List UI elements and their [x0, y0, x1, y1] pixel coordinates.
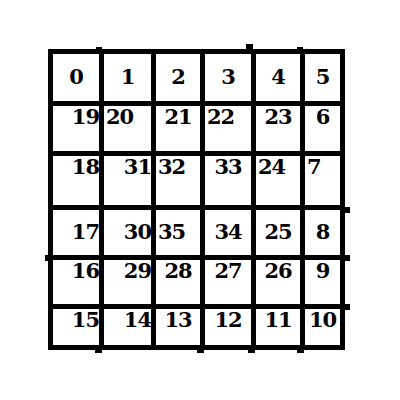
- cell-number: 34: [214, 221, 241, 243]
- line-overshoot-tick-right-3: [345, 304, 350, 310]
- cell-number: 6: [316, 106, 330, 128]
- cell-number: 25: [264, 221, 291, 243]
- cell-r6c6: 10: [305, 309, 340, 345]
- cell-number: 18: [72, 156, 99, 178]
- board: 0123451920212223618313233247173035342581…: [48, 49, 345, 350]
- cell-r3c3: 32: [156, 156, 200, 205]
- line-overshoot-tick-top-small-2: [297, 47, 303, 49]
- cell-number: 1: [121, 66, 135, 88]
- cell-r2c3: 21: [156, 106, 200, 151]
- cell-r1c5: 4: [256, 54, 300, 101]
- cell-number: 9: [316, 260, 330, 282]
- cell-number: 12: [214, 309, 241, 331]
- cell-number: 17: [72, 221, 99, 243]
- cell-r5c1: 16: [53, 260, 99, 304]
- cell-r1c4: 3: [205, 54, 251, 101]
- board-wrapper: 0123451920212223618313233247173035342581…: [48, 49, 345, 350]
- cell-r3c6: 7: [305, 156, 340, 205]
- cell-number: 30: [124, 221, 151, 243]
- cell-number: 29: [124, 260, 151, 282]
- cell-r5c5: 26: [256, 260, 300, 304]
- line-overshoot-tick-left-1: [45, 255, 48, 261]
- line-overshoot-tick-right-2: [345, 255, 350, 261]
- cell-r6c2: 14: [104, 309, 151, 345]
- cell-r6c4: 12: [205, 309, 251, 345]
- cell-number: 27: [214, 260, 241, 282]
- cell-number: 22: [205, 106, 234, 128]
- cell-r3c2: 31: [104, 156, 151, 205]
- cell-number: 33: [214, 156, 241, 178]
- cell-r6c5: 11: [256, 309, 300, 345]
- cell-r2c2: 20: [104, 106, 151, 151]
- line-overshoot-tick-bottom-3: [248, 350, 255, 353]
- cell-r4c5: 25: [256, 210, 300, 255]
- cell-r1c3: 2: [156, 54, 200, 101]
- line-overshoot-tick-bottom-4: [297, 350, 304, 353]
- cell-r5c4: 27: [205, 260, 251, 304]
- cell-r2c4: 22: [205, 106, 251, 151]
- cell-r6c3: 13: [156, 309, 200, 345]
- cell-r5c6: 9: [305, 260, 340, 304]
- cell-number: 28: [164, 260, 191, 282]
- cell-number: 10: [309, 309, 336, 331]
- cell-number: 16: [72, 260, 99, 282]
- cell-number: 26: [264, 260, 291, 282]
- cell-r3c4: 33: [205, 156, 251, 205]
- cell-r6c1: 15: [53, 309, 99, 345]
- cell-number: 21: [164, 106, 191, 128]
- cell-r4c2: 30: [104, 210, 151, 255]
- cell-number: 5: [316, 66, 330, 88]
- line-overshoot-tick-bottom-2: [197, 350, 204, 353]
- cell-number: 4: [271, 66, 285, 88]
- cell-r4c6: 8: [305, 210, 340, 255]
- cell-number: 24: [256, 156, 285, 178]
- cell-r5c3: 28: [156, 260, 200, 304]
- cell-r1c6: 5: [305, 54, 340, 101]
- cell-number: 8: [316, 221, 330, 243]
- cell-r3c5: 24: [256, 156, 300, 205]
- cell-r2c6: 6: [305, 106, 340, 151]
- cell-r1c1: 0: [53, 54, 99, 101]
- canvas: { "game": "number-spiral-grid-puzzle", "…: [0, 0, 400, 400]
- cell-number: 14: [124, 309, 151, 331]
- cell-number: 13: [164, 309, 191, 331]
- cell-r2c5: 23: [256, 106, 300, 151]
- line-overshoot-tick-bottom-1: [95, 350, 102, 353]
- line-overshoot-tick-top-main: [246, 44, 253, 49]
- cell-number: 35: [156, 221, 185, 243]
- cell-number: 20: [104, 106, 133, 128]
- cell-number: 11: [264, 309, 291, 331]
- cell-number: 19: [72, 106, 99, 128]
- cell-r3c1: 18: [53, 156, 99, 205]
- cell-number: 32: [156, 156, 185, 178]
- cell-number: 0: [69, 66, 83, 88]
- cell-number: 2: [171, 66, 185, 88]
- cell-number: 15: [72, 309, 99, 331]
- cell-number: 3: [221, 66, 235, 88]
- cell-r4c1: 17: [53, 210, 99, 255]
- cell-number: 23: [264, 106, 291, 128]
- cell-r1c2: 1: [104, 54, 151, 101]
- cell-r2c1: 19: [53, 106, 99, 151]
- line-overshoot-tick-top-small-1: [96, 47, 102, 49]
- line-overshoot-tick-right-1: [345, 207, 350, 213]
- cell-r4c3: 35: [156, 210, 200, 255]
- cell-number: 31: [124, 156, 151, 178]
- cell-r4c4: 34: [205, 210, 251, 255]
- cell-number: 7: [305, 156, 321, 178]
- cell-r5c2: 29: [104, 260, 151, 304]
